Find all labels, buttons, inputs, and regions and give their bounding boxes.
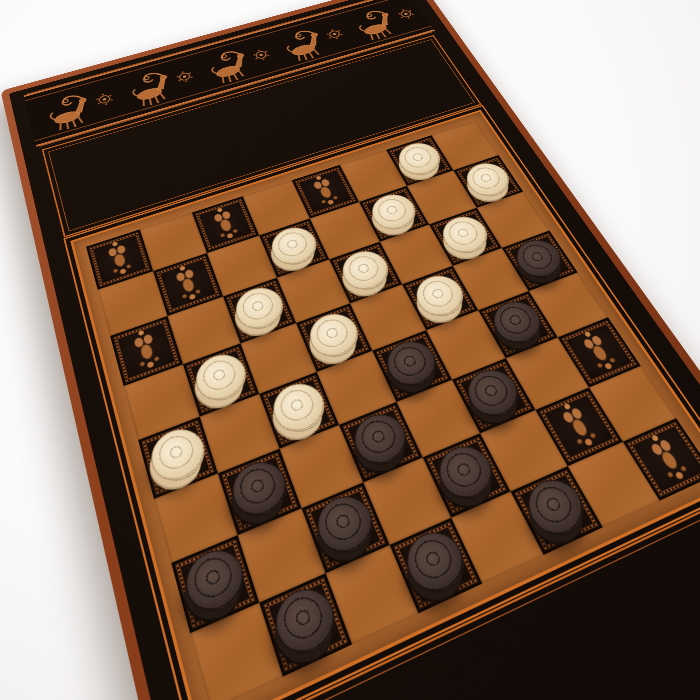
checkers-board [1,0,700,700]
scene [0,0,700,700]
board-surface [9,0,700,700]
piece-light[interactable] [460,158,517,201]
piece-light[interactable] [230,282,290,336]
